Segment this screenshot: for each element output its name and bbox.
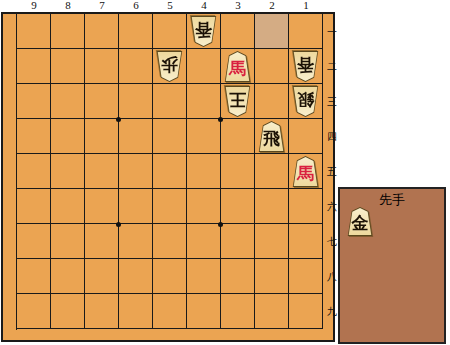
board-cell-6七[interactable] [119,224,153,259]
board-cell-9六[interactable] [17,189,51,224]
board-cell-9四[interactable] [17,119,51,154]
board-cell-2七[interactable] [255,224,289,259]
board-cell-1七[interactable] [289,224,323,259]
board-cell-4六[interactable] [187,189,221,224]
board-cell-5四[interactable] [153,119,187,154]
board-cell-2三[interactable] [255,84,289,119]
board-cell-7七[interactable] [85,224,119,259]
board-cell-3六[interactable] [221,189,255,224]
board-cell-8二[interactable] [51,49,85,84]
rank-label-5: 五 [327,154,337,189]
board-cell-2五[interactable] [255,154,289,189]
piece-馬-1五[interactable]: 馬 [292,156,319,187]
board-cell-2八[interactable] [255,259,289,294]
board-cell-6一[interactable] [119,14,153,49]
board-cell-4四[interactable] [187,119,221,154]
board-cell-6六[interactable] [119,189,153,224]
file-label-1: 1 [289,0,323,12]
rank-label-3: 三 [327,84,337,119]
piece-kanji: 歩 [156,51,183,82]
board-cell-7六[interactable] [85,189,119,224]
board-cell-5六[interactable] [153,189,187,224]
board-cell-9二[interactable] [17,49,51,84]
rank-label-1: 一 [327,14,337,49]
star-point [116,222,121,227]
board-cell-5九[interactable] [153,294,187,329]
last-move-highlight-2一[interactable] [255,14,289,49]
rank-label-7: 七 [327,224,337,259]
piece-飛-2四[interactable]: 飛 [258,121,285,152]
board-cell-5三[interactable] [153,84,187,119]
rank-label-9: 九 [327,294,337,329]
board-cell-4九[interactable] [187,294,221,329]
file-label-8: 8 [51,0,85,12]
rank-label-6: 六 [327,189,337,224]
board-cell-3七[interactable] [221,224,255,259]
board-cell-9七[interactable] [17,224,51,259]
board-cell-6四[interactable] [119,119,153,154]
board-cell-1一[interactable] [289,14,323,49]
piece-kanji: 香 [292,51,319,82]
board-cell-5七[interactable] [153,224,187,259]
board-cell-8八[interactable] [51,259,85,294]
file-label-2: 2 [255,0,289,12]
board-cell-3九[interactable] [221,294,255,329]
board-cell-6三[interactable] [119,84,153,119]
piece-kanji: 銀 [292,86,319,117]
rank-label-2: 二 [327,49,337,84]
board-cell-9九[interactable] [17,294,51,329]
board-cell-6八[interactable] [119,259,153,294]
board-cell-1九[interactable] [289,294,323,329]
board-cell-2九[interactable] [255,294,289,329]
board-cell-7八[interactable] [85,259,119,294]
sente-hand-tray: 先手 金 [338,187,446,344]
piece-香-4一[interactable]: 香 [190,16,217,47]
board-cell-8七[interactable] [51,224,85,259]
board-cell-7一[interactable] [85,14,119,49]
board-cell-7四[interactable] [85,119,119,154]
board-cell-8九[interactable] [51,294,85,329]
piece-香-1二[interactable]: 香 [292,51,319,82]
rank-label-8: 八 [327,259,337,294]
piece-kanji: 王 [224,86,251,117]
board-cell-1八[interactable] [289,259,323,294]
piece-kanji: 馬 [292,156,319,187]
board-cell-4二[interactable] [187,49,221,84]
board-cell-8四[interactable] [51,119,85,154]
piece-歩-5二[interactable]: 歩 [156,51,183,82]
board-cell-5五[interactable] [153,154,187,189]
board-cell-3五[interactable] [221,154,255,189]
piece-金-hand[interactable]: 金 [347,207,373,236]
board-cell-6五[interactable] [119,154,153,189]
file-label-9: 9 [17,0,51,12]
file-label-5: 5 [153,0,187,12]
board-cell-5八[interactable] [153,259,187,294]
board-cell-9五[interactable] [17,154,51,189]
board-cell-2二[interactable] [255,49,289,84]
shogi-app: 987654321 一二三四五六七八九 香歩馬香王銀飛馬 先手 金 [0,0,450,345]
file-label-7: 7 [85,0,119,12]
piece-kanji: 飛 [258,121,285,152]
piece-kanji: 香 [190,16,217,47]
board-cell-8六[interactable] [51,189,85,224]
piece-王-3三[interactable]: 王 [224,86,251,117]
board-cell-5一[interactable] [153,14,187,49]
board-cell-3四[interactable] [221,119,255,154]
shogi-board: 一二三四五六七八九 香歩馬香王銀飛馬 [1,12,335,342]
rank-label-4: 四 [327,119,337,154]
piece-kanji: 馬 [224,51,251,82]
board-cell-9一[interactable] [17,14,51,49]
board-cell-2六[interactable] [255,189,289,224]
board-cell-7五[interactable] [85,154,119,189]
board-cell-3八[interactable] [221,259,255,294]
board-cell-8一[interactable] [51,14,85,49]
board-cell-8五[interactable] [51,154,85,189]
file-label-3: 3 [221,0,255,12]
board-cell-9三[interactable] [17,84,51,119]
board-cell-6九[interactable] [119,294,153,329]
board-cell-4七[interactable] [187,224,221,259]
board-cell-7二[interactable] [85,49,119,84]
board-cell-6二[interactable] [119,49,153,84]
piece-銀-1三[interactable]: 銀 [292,86,319,117]
board-cell-8三[interactable] [51,84,85,119]
file-label-4: 4 [187,0,221,12]
star-point [116,117,121,122]
board-cell-1四[interactable] [289,119,323,154]
piece-kanji: 金 [347,207,373,236]
file-label-6: 6 [119,0,153,12]
board-cell-1六[interactable] [289,189,323,224]
piece-馬-3二[interactable]: 馬 [224,51,251,82]
board-cell-9八[interactable] [17,259,51,294]
board-cell-4五[interactable] [187,154,221,189]
board-cell-7九[interactable] [85,294,119,329]
board-cell-7三[interactable] [85,84,119,119]
board-cell-4八[interactable] [187,259,221,294]
board-cell-4三[interactable] [187,84,221,119]
star-point [218,222,223,227]
board-cell-3一[interactable] [221,14,255,49]
star-point [218,117,223,122]
